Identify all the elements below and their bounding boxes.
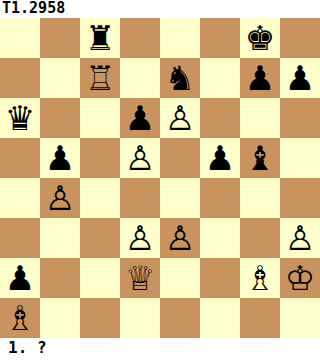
square-h4[interactable] — [280, 178, 320, 218]
square-c2[interactable] — [80, 258, 120, 298]
square-f8[interactable] — [200, 18, 240, 58]
square-d3[interactable]: ♙ — [120, 218, 160, 258]
piece-white-bishop: ♗ — [245, 258, 275, 298]
square-g1[interactable] — [240, 298, 280, 338]
piece-white-king: ♔ — [285, 258, 315, 298]
puzzle-title: T1.2958 — [0, 0, 320, 18]
square-a1[interactable]: ♗ — [0, 298, 40, 338]
square-e3[interactable]: ♙ — [160, 218, 200, 258]
piece-white-pawn: ♙ — [125, 218, 155, 258]
square-f6[interactable] — [200, 98, 240, 138]
square-h8[interactable] — [280, 18, 320, 58]
piece-white-pawn: ♙ — [165, 218, 195, 258]
square-a8[interactable] — [0, 18, 40, 58]
square-e8[interactable] — [160, 18, 200, 58]
chess-puzzle-window: T1.2958 ♜♚♖♞♟♟♛♟♙♟♙♟♝♙♙♙♙♟♕♗♔♗ 1. ? — [0, 0, 320, 360]
piece-white-pawn: ♙ — [285, 218, 315, 258]
piece-white-pawn: ♙ — [165, 98, 195, 138]
square-c7[interactable]: ♖ — [80, 58, 120, 98]
square-e6[interactable]: ♙ — [160, 98, 200, 138]
piece-black-rook: ♜ — [85, 18, 115, 58]
square-h1[interactable] — [280, 298, 320, 338]
square-e7[interactable]: ♞ — [160, 58, 200, 98]
square-d7[interactable] — [120, 58, 160, 98]
square-a3[interactable] — [0, 218, 40, 258]
square-a6[interactable]: ♛ — [0, 98, 40, 138]
piece-black-pawn: ♟ — [205, 138, 235, 178]
square-a7[interactable] — [0, 58, 40, 98]
square-e5[interactable] — [160, 138, 200, 178]
square-g6[interactable] — [240, 98, 280, 138]
piece-black-king: ♚ — [245, 18, 275, 58]
piece-white-queen: ♕ — [125, 258, 155, 298]
piece-black-queen: ♛ — [5, 98, 35, 138]
square-f3[interactable] — [200, 218, 240, 258]
piece-black-bishop: ♝ — [245, 138, 275, 178]
square-d2[interactable]: ♕ — [120, 258, 160, 298]
square-a2[interactable]: ♟ — [0, 258, 40, 298]
piece-black-pawn: ♟ — [125, 98, 155, 138]
square-d6[interactable]: ♟ — [120, 98, 160, 138]
piece-white-rook: ♖ — [85, 58, 115, 98]
square-c6[interactable] — [80, 98, 120, 138]
square-a4[interactable] — [0, 178, 40, 218]
square-b7[interactable] — [40, 58, 80, 98]
square-c3[interactable] — [80, 218, 120, 258]
square-g2[interactable]: ♗ — [240, 258, 280, 298]
square-b5[interactable]: ♟ — [40, 138, 80, 178]
square-f1[interactable] — [200, 298, 240, 338]
piece-black-pawn: ♟ — [45, 138, 75, 178]
piece-white-pawn: ♙ — [125, 138, 155, 178]
piece-black-knight: ♞ — [165, 58, 195, 98]
piece-white-bishop: ♗ — [5, 298, 35, 338]
square-b6[interactable] — [40, 98, 80, 138]
square-e1[interactable] — [160, 298, 200, 338]
square-h6[interactable] — [280, 98, 320, 138]
square-d8[interactable] — [120, 18, 160, 58]
square-b2[interactable] — [40, 258, 80, 298]
square-b1[interactable] — [40, 298, 80, 338]
chess-board: ♜♚♖♞♟♟♛♟♙♟♙♟♝♙♙♙♙♟♕♗♔♗ — [0, 18, 320, 338]
square-b8[interactable] — [40, 18, 80, 58]
square-g7[interactable]: ♟ — [240, 58, 280, 98]
square-b3[interactable] — [40, 218, 80, 258]
square-h2[interactable]: ♔ — [280, 258, 320, 298]
square-a5[interactable] — [0, 138, 40, 178]
square-c8[interactable]: ♜ — [80, 18, 120, 58]
square-h5[interactable] — [280, 138, 320, 178]
square-e2[interactable] — [160, 258, 200, 298]
piece-black-pawn: ♟ — [5, 258, 35, 298]
move-prompt: 1. ? — [0, 338, 320, 360]
piece-white-pawn: ♙ — [45, 178, 75, 218]
square-d1[interactable] — [120, 298, 160, 338]
square-h7[interactable]: ♟ — [280, 58, 320, 98]
square-g5[interactable]: ♝ — [240, 138, 280, 178]
piece-black-pawn: ♟ — [245, 58, 275, 98]
square-h3[interactable]: ♙ — [280, 218, 320, 258]
square-g8[interactable]: ♚ — [240, 18, 280, 58]
square-d4[interactable] — [120, 178, 160, 218]
square-d5[interactable]: ♙ — [120, 138, 160, 178]
square-f4[interactable] — [200, 178, 240, 218]
square-f2[interactable] — [200, 258, 240, 298]
piece-black-pawn: ♟ — [285, 58, 315, 98]
square-b4[interactable]: ♙ — [40, 178, 80, 218]
square-e4[interactable] — [160, 178, 200, 218]
square-f5[interactable]: ♟ — [200, 138, 240, 178]
square-g3[interactable] — [240, 218, 280, 258]
square-c5[interactable] — [80, 138, 120, 178]
square-c4[interactable] — [80, 178, 120, 218]
square-c1[interactable] — [80, 298, 120, 338]
square-f7[interactable] — [200, 58, 240, 98]
square-g4[interactable] — [240, 178, 280, 218]
